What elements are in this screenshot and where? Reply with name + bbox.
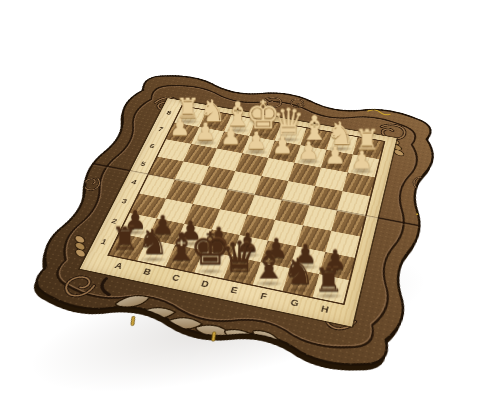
rank-label-7: 7	[157, 126, 164, 132]
square-h1	[313, 274, 349, 303]
rank-label-4: 4	[130, 179, 138, 186]
file-label-f: F	[259, 292, 268, 301]
file-label-g: G	[289, 298, 300, 308]
square-b1	[137, 239, 175, 266]
square-e1	[223, 256, 260, 284]
square-c1	[166, 245, 204, 273]
rank-label-6: 6	[149, 143, 156, 149]
chess-set-photo: 87654321ABCDEFGH ♜♞♝♚♛♝♞♜♟♟♟♟♟♟♟♟♟♟♟♟♟♟♟…	[0, 0, 500, 400]
rank-label-5: 5	[140, 161, 147, 167]
file-label-d: D	[200, 280, 210, 289]
file-label-e: E	[229, 286, 239, 295]
square-g5	[309, 186, 342, 211]
file-label-h: H	[320, 305, 330, 315]
file-label-b: B	[142, 268, 153, 277]
square-d1	[194, 250, 231, 278]
square-b2	[147, 218, 184, 244]
rank-label-1: 1	[100, 238, 108, 246]
